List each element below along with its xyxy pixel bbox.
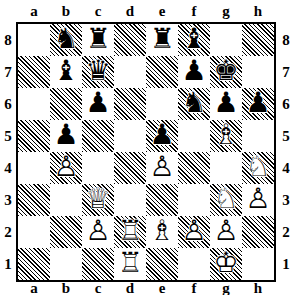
- square-h3[interactable]: ♟♙: [242, 184, 274, 216]
- square-a3[interactable]: [18, 184, 50, 216]
- square-g4[interactable]: [210, 152, 242, 184]
- piece-black-knight: ♞: [178, 88, 210, 120]
- piece-black-bishop: ♝: [50, 56, 82, 88]
- piece-white-rook: ♜♖: [114, 248, 146, 280]
- square-g8[interactable]: [210, 24, 242, 56]
- square-a8[interactable]: [18, 24, 50, 56]
- piece-white-pawn: ♟♙: [82, 216, 114, 248]
- square-e5[interactable]: ♟: [146, 120, 178, 152]
- rank-label-left-4: 4: [0, 152, 16, 184]
- piece-white-bishop: ♝♗: [210, 120, 242, 152]
- square-b4[interactable]: ♟♙: [50, 152, 82, 184]
- square-h5[interactable]: [242, 120, 274, 152]
- rank-label-right-3: 3: [278, 184, 294, 216]
- square-h2[interactable]: [242, 216, 274, 248]
- square-f1[interactable]: [178, 248, 210, 280]
- file-label-bottom-c: c: [82, 282, 114, 295]
- file-label-bottom-h: h: [242, 282, 274, 295]
- square-a2[interactable]: [18, 216, 50, 248]
- file-label-top-b: b: [50, 0, 82, 22]
- square-g6[interactable]: ♟: [210, 88, 242, 120]
- file-label-top-g: g: [210, 0, 242, 22]
- square-d6[interactable]: [114, 88, 146, 120]
- file-label-bottom-a: a: [18, 282, 50, 295]
- square-e8[interactable]: ♜: [146, 24, 178, 56]
- square-d4[interactable]: [114, 152, 146, 184]
- piece-black-queen: ♛: [82, 56, 114, 88]
- rank-label-right-6: 6: [278, 88, 294, 120]
- piece-black-bishop: ♝: [178, 24, 210, 56]
- rank-label-left-8: 8: [0, 24, 16, 56]
- rank-label-right-2: 2: [278, 216, 294, 248]
- file-label-bottom-g: g: [210, 282, 242, 295]
- square-a5[interactable]: [18, 120, 50, 152]
- square-g7[interactable]: ♚: [210, 56, 242, 88]
- piece-white-rook: ♜♖: [114, 216, 146, 248]
- square-h7[interactable]: [242, 56, 274, 88]
- square-e6[interactable]: [146, 88, 178, 120]
- rank-label-right-7: 7: [278, 56, 294, 88]
- square-c4[interactable]: [82, 152, 114, 184]
- chess-diagram: abcdefgh 87654321 ♞♜♜♝♝♛♟♚♟♞♟♟♟♟♝♗♟♙♟♙♞♘…: [0, 0, 294, 295]
- square-b7[interactable]: ♝: [50, 56, 82, 88]
- rank-label-left-2: 2: [0, 216, 16, 248]
- rank-labels-right: 87654321: [278, 24, 294, 280]
- piece-black-pawn: ♟: [242, 88, 274, 120]
- square-e7[interactable]: [146, 56, 178, 88]
- square-h6[interactable]: ♟: [242, 88, 274, 120]
- piece-black-pawn: ♟: [50, 120, 82, 152]
- square-e1[interactable]: [146, 248, 178, 280]
- square-a4[interactable]: [18, 152, 50, 184]
- rank-label-left-5: 5: [0, 120, 16, 152]
- rank-label-right-5: 5: [278, 120, 294, 152]
- square-b5[interactable]: ♟: [50, 120, 82, 152]
- rank-label-right-8: 8: [278, 24, 294, 56]
- square-g5[interactable]: ♝♗: [210, 120, 242, 152]
- square-e2[interactable]: ♝♗: [146, 216, 178, 248]
- square-c2[interactable]: ♟♙: [82, 216, 114, 248]
- file-label-top-h: h: [242, 0, 274, 22]
- file-labels-top: abcdefgh: [18, 0, 274, 22]
- file-label-bottom-f: f: [178, 282, 210, 295]
- square-c1[interactable]: [82, 248, 114, 280]
- square-b2[interactable]: [50, 216, 82, 248]
- rank-label-left-7: 7: [0, 56, 16, 88]
- square-h4[interactable]: ♞♘: [242, 152, 274, 184]
- square-a6[interactable]: [18, 88, 50, 120]
- square-b3[interactable]: [50, 184, 82, 216]
- chess-board: ♞♜♜♝♝♛♟♚♟♞♟♟♟♟♝♗♟♙♟♙♞♘♛♕♞♘♟♙♟♙♜♖♝♗♟♙♟♙♜♖…: [16, 22, 276, 282]
- piece-black-king: ♚: [210, 56, 242, 88]
- square-g1[interactable]: ♚♔: [210, 248, 242, 280]
- rank-label-right-1: 1: [278, 248, 294, 280]
- square-f6[interactable]: ♞: [178, 88, 210, 120]
- square-c5[interactable]: [82, 120, 114, 152]
- rank-label-right-4: 4: [278, 152, 294, 184]
- square-e3[interactable]: [146, 184, 178, 216]
- piece-black-knight: ♞: [50, 24, 82, 56]
- piece-white-knight: ♞♘: [210, 184, 242, 216]
- piece-white-pawn: ♟♙: [178, 216, 210, 248]
- file-label-top-d: d: [114, 0, 146, 22]
- square-b1[interactable]: [50, 248, 82, 280]
- square-f3[interactable]: [178, 184, 210, 216]
- piece-black-pawn: ♟: [146, 120, 178, 152]
- piece-white-pawn: ♟♙: [50, 152, 82, 184]
- square-g3[interactable]: ♞♘: [210, 184, 242, 216]
- piece-white-king: ♚♔: [210, 248, 242, 280]
- square-d5[interactable]: [114, 120, 146, 152]
- file-label-bottom-b: b: [50, 282, 82, 295]
- square-c6[interactable]: ♟: [82, 88, 114, 120]
- square-f4[interactable]: [178, 152, 210, 184]
- square-h8[interactable]: [242, 24, 274, 56]
- piece-white-pawn: ♟♙: [242, 184, 274, 216]
- square-f8[interactable]: ♝: [178, 24, 210, 56]
- piece-black-rook: ♜: [82, 24, 114, 56]
- file-label-bottom-d: d: [114, 282, 146, 295]
- square-f7[interactable]: ♟: [178, 56, 210, 88]
- file-labels-bottom: abcdefgh: [18, 282, 274, 295]
- rank-labels-left: 87654321: [0, 24, 16, 280]
- piece-white-pawn: ♟♙: [210, 216, 242, 248]
- square-e4[interactable]: ♟♙: [146, 152, 178, 184]
- piece-black-pawn: ♟: [178, 56, 210, 88]
- piece-white-pawn: ♟♙: [146, 152, 178, 184]
- piece-black-pawn: ♟: [82, 88, 114, 120]
- square-g2[interactable]: ♟♙: [210, 216, 242, 248]
- square-b6[interactable]: [50, 88, 82, 120]
- square-c3[interactable]: ♛♕: [82, 184, 114, 216]
- square-f2[interactable]: ♟♙: [178, 216, 210, 248]
- piece-white-knight: ♞♘: [242, 152, 274, 184]
- file-label-bottom-e: e: [146, 282, 178, 295]
- square-c7[interactable]: ♛: [82, 56, 114, 88]
- square-f5[interactable]: [178, 120, 210, 152]
- piece-black-rook: ♜: [146, 24, 178, 56]
- square-d1[interactable]: ♜♖: [114, 248, 146, 280]
- rank-label-left-1: 1: [0, 248, 16, 280]
- square-a1[interactable]: [18, 248, 50, 280]
- rank-label-left-6: 6: [0, 88, 16, 120]
- square-d7[interactable]: [114, 56, 146, 88]
- piece-white-queen: ♛♕: [82, 184, 114, 216]
- piece-black-pawn: ♟: [210, 88, 242, 120]
- square-d3[interactable]: [114, 184, 146, 216]
- piece-white-bishop: ♝♗: [146, 216, 178, 248]
- square-b8[interactable]: ♞: [50, 24, 82, 56]
- file-label-top-a: a: [18, 0, 50, 22]
- square-a7[interactable]: [18, 56, 50, 88]
- rank-label-left-3: 3: [0, 184, 16, 216]
- square-c8[interactable]: ♜: [82, 24, 114, 56]
- square-d8[interactable]: [114, 24, 146, 56]
- square-h1[interactable]: [242, 248, 274, 280]
- file-label-top-c: c: [82, 0, 114, 22]
- file-label-top-e: e: [146, 0, 178, 22]
- file-label-top-f: f: [178, 0, 210, 22]
- square-d2[interactable]: ♜♖: [114, 216, 146, 248]
